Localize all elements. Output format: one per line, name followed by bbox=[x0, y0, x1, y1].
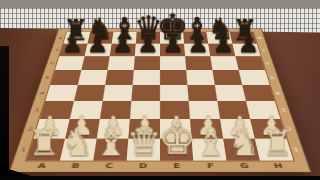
bottom-black-edge bbox=[0, 176, 320, 180]
square-d6 bbox=[134, 56, 160, 70]
square-h6 bbox=[235, 56, 264, 70]
white-knight: ♞ bbox=[227, 125, 259, 161]
square-b6 bbox=[81, 56, 109, 70]
square-e4 bbox=[160, 85, 189, 101]
white-bishop: ♝ bbox=[193, 123, 227, 161]
square-g4 bbox=[215, 85, 246, 101]
board-grid: ♜♞♝♛♚♝♞♜♟♟♟♟♟♟♟♟♟♟♟♟♟♟♟♟♜♞♝♛♚♝♞♜ bbox=[27, 32, 294, 160]
square-f6 bbox=[185, 56, 212, 70]
black-pawn: ♟ bbox=[237, 33, 259, 57]
square-a1: ♜ bbox=[27, 139, 65, 161]
square-e6 bbox=[160, 56, 186, 70]
square-c1: ♝ bbox=[93, 139, 128, 161]
square-d4 bbox=[131, 85, 160, 101]
square-f5 bbox=[186, 70, 215, 85]
white-queen: ♛ bbox=[126, 122, 161, 161]
file-label-b: B bbox=[57, 161, 93, 172]
chessboard-scene: 87654321 ♜♞♝♛♚♝♞♜♟♟♟♟♟♟♟♟♟♟♟♟♟♟♟♟♜♞♝♛♚♝♞… bbox=[14, 29, 306, 180]
square-d5 bbox=[133, 70, 160, 85]
black-pawn: ♟ bbox=[61, 33, 83, 57]
black-pawn: ♟ bbox=[137, 33, 159, 57]
square-g5 bbox=[212, 70, 242, 85]
square-c5 bbox=[105, 70, 134, 85]
square-c7: ♟ bbox=[110, 44, 136, 57]
square-g7: ♟ bbox=[208, 44, 235, 57]
file-label-h: H bbox=[260, 161, 297, 172]
square-d7: ♟ bbox=[135, 44, 160, 57]
square-c6 bbox=[108, 56, 135, 70]
file-label-e: E bbox=[160, 161, 194, 172]
square-e5 bbox=[160, 70, 187, 85]
file-label-d: D bbox=[126, 161, 160, 172]
black-pawn: ♟ bbox=[162, 33, 184, 57]
square-c4 bbox=[103, 85, 133, 101]
white-bishop: ♝ bbox=[93, 123, 127, 161]
square-a6 bbox=[55, 56, 84, 70]
file-label-c: C bbox=[92, 161, 127, 172]
square-h4 bbox=[242, 85, 275, 101]
square-h5 bbox=[239, 70, 270, 85]
board-frame: 87654321 ♜♞♝♛♚♝♞♜♟♟♟♟♟♟♟♟♟♟♟♟♟♟♟♟♜♞♝♛♚♝♞… bbox=[10, 29, 311, 172]
square-e7: ♟ bbox=[160, 44, 185, 57]
file-label-g: G bbox=[227, 161, 263, 172]
square-g1: ♞ bbox=[223, 139, 260, 161]
square-b4 bbox=[74, 85, 105, 101]
square-b1: ♞ bbox=[60, 139, 97, 161]
square-h1: ♜ bbox=[255, 139, 293, 161]
black-pawn: ♟ bbox=[86, 33, 108, 57]
square-a4 bbox=[45, 85, 78, 101]
square-f1: ♝ bbox=[192, 139, 227, 161]
white-rook: ♜ bbox=[261, 126, 292, 161]
square-a7: ♟ bbox=[59, 44, 87, 57]
white-rook: ♜ bbox=[28, 126, 59, 161]
square-a5 bbox=[50, 70, 81, 85]
black-pawn: ♟ bbox=[212, 33, 234, 57]
square-b5 bbox=[78, 70, 108, 85]
left-black-edge bbox=[0, 46, 9, 180]
white-knight: ♞ bbox=[60, 125, 92, 161]
video-frame: 87654321 ♜♞♝♛♚♝♞♜♟♟♟♟♟♟♟♟♟♟♟♟♟♟♟♟♜♞♝♛♚♝♞… bbox=[0, 0, 320, 180]
square-d1: ♛ bbox=[127, 139, 160, 161]
square-h7: ♟ bbox=[232, 44, 260, 57]
black-pawn: ♟ bbox=[111, 33, 133, 57]
file-label-f: F bbox=[193, 161, 228, 172]
square-b7: ♟ bbox=[85, 44, 112, 57]
square-f7: ♟ bbox=[184, 44, 210, 57]
square-g6 bbox=[210, 56, 238, 70]
file-labels-bottom: ABCDEFGH bbox=[23, 161, 297, 172]
chessboard: 87654321 ♜♞♝♛♚♝♞♜♟♟♟♟♟♟♟♟♟♟♟♟♟♟♟♟♜♞♝♛♚♝♞… bbox=[10, 29, 311, 172]
square-e1: ♚ bbox=[160, 139, 193, 161]
white-king: ♚ bbox=[158, 119, 196, 161]
square-f4 bbox=[187, 85, 217, 101]
black-pawn: ♟ bbox=[187, 33, 209, 57]
